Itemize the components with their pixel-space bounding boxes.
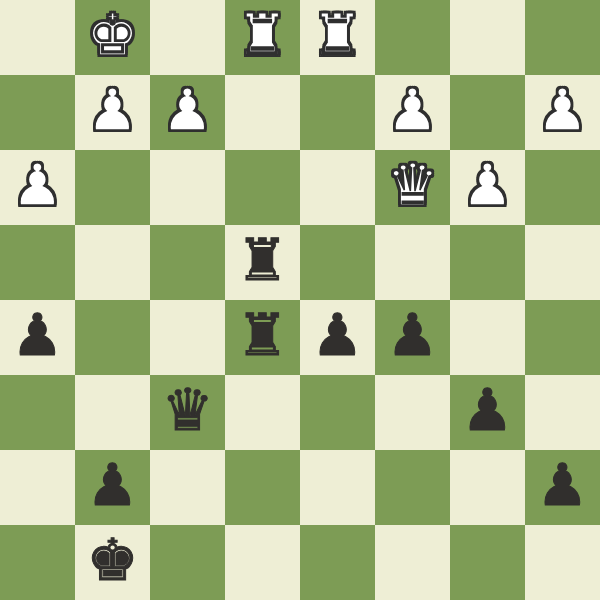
square-d3[interactable] bbox=[225, 375, 300, 450]
square-a7[interactable] bbox=[0, 75, 75, 150]
square-h2[interactable]: ♟ bbox=[525, 450, 600, 525]
square-a5[interactable] bbox=[0, 225, 75, 300]
square-h5[interactable] bbox=[525, 225, 600, 300]
black-pawn[interactable]: ♟ bbox=[312, 298, 364, 373]
square-h1[interactable] bbox=[525, 525, 600, 600]
square-c1[interactable] bbox=[150, 525, 225, 600]
square-d6[interactable] bbox=[225, 150, 300, 225]
square-f8[interactable] bbox=[375, 0, 450, 75]
square-a2[interactable] bbox=[0, 450, 75, 525]
square-c4[interactable] bbox=[150, 300, 225, 375]
square-h3[interactable] bbox=[525, 375, 600, 450]
square-g6[interactable]: ♟ bbox=[450, 150, 525, 225]
square-e4[interactable]: ♟ bbox=[300, 300, 375, 375]
square-d8[interactable]: ♜ bbox=[225, 0, 300, 75]
square-b6[interactable] bbox=[75, 150, 150, 225]
square-f2[interactable] bbox=[375, 450, 450, 525]
square-e5[interactable] bbox=[300, 225, 375, 300]
black-pawn[interactable]: ♟ bbox=[537, 448, 589, 523]
square-d4[interactable]: ♜ bbox=[225, 300, 300, 375]
white-pawn[interactable]: ♟ bbox=[462, 148, 514, 223]
white-pawn[interactable]: ♟ bbox=[162, 73, 214, 148]
square-f6[interactable]: ♛ bbox=[375, 150, 450, 225]
square-c6[interactable] bbox=[150, 150, 225, 225]
square-c2[interactable] bbox=[150, 450, 225, 525]
square-h4[interactable] bbox=[525, 300, 600, 375]
square-d5[interactable]: ♜ bbox=[225, 225, 300, 300]
square-a6[interactable]: ♟ bbox=[0, 150, 75, 225]
square-f4[interactable]: ♟ bbox=[375, 300, 450, 375]
white-king[interactable]: ♚ bbox=[87, 0, 139, 73]
square-e8[interactable]: ♜ bbox=[300, 0, 375, 75]
black-pawn[interactable]: ♟ bbox=[12, 298, 64, 373]
white-rook[interactable]: ♜ bbox=[312, 0, 364, 73]
square-h7[interactable]: ♟ bbox=[525, 75, 600, 150]
square-g2[interactable] bbox=[450, 450, 525, 525]
square-g1[interactable] bbox=[450, 525, 525, 600]
square-a1[interactable] bbox=[0, 525, 75, 600]
square-a3[interactable] bbox=[0, 375, 75, 450]
square-g7[interactable] bbox=[450, 75, 525, 150]
black-pawn[interactable]: ♟ bbox=[387, 298, 439, 373]
square-f1[interactable] bbox=[375, 525, 450, 600]
square-g8[interactable] bbox=[450, 0, 525, 75]
white-pawn[interactable]: ♟ bbox=[12, 148, 64, 223]
square-e3[interactable] bbox=[300, 375, 375, 450]
square-g3[interactable]: ♟ bbox=[450, 375, 525, 450]
black-pawn[interactable]: ♟ bbox=[87, 448, 139, 523]
white-pawn[interactable]: ♟ bbox=[87, 73, 139, 148]
square-b7[interactable]: ♟ bbox=[75, 75, 150, 150]
square-g5[interactable] bbox=[450, 225, 525, 300]
square-b5[interactable] bbox=[75, 225, 150, 300]
square-d7[interactable] bbox=[225, 75, 300, 150]
square-d2[interactable] bbox=[225, 450, 300, 525]
black-king[interactable]: ♚ bbox=[87, 523, 139, 598]
square-c3[interactable]: ♛ bbox=[150, 375, 225, 450]
square-b2[interactable]: ♟ bbox=[75, 450, 150, 525]
square-c7[interactable]: ♟ bbox=[150, 75, 225, 150]
square-f5[interactable] bbox=[375, 225, 450, 300]
square-b8[interactable]: ♚ bbox=[75, 0, 150, 75]
black-pawn[interactable]: ♟ bbox=[462, 373, 514, 448]
chess-board: ♚♜♜♟♟♟♟♟♛♟♜♟♜♟♟♛♟♟♟♚ bbox=[0, 0, 600, 600]
black-queen[interactable]: ♛ bbox=[162, 373, 214, 448]
white-pawn[interactable]: ♟ bbox=[387, 73, 439, 148]
square-b3[interactable] bbox=[75, 375, 150, 450]
square-e1[interactable] bbox=[300, 525, 375, 600]
black-rook[interactable]: ♜ bbox=[237, 223, 289, 298]
square-h8[interactable] bbox=[525, 0, 600, 75]
white-pawn[interactable]: ♟ bbox=[537, 73, 589, 148]
square-g4[interactable] bbox=[450, 300, 525, 375]
square-c8[interactable] bbox=[150, 0, 225, 75]
black-rook[interactable]: ♜ bbox=[237, 298, 289, 373]
white-rook[interactable]: ♜ bbox=[237, 0, 289, 73]
white-queen[interactable]: ♛ bbox=[387, 148, 439, 223]
square-h6[interactable] bbox=[525, 150, 600, 225]
square-e7[interactable] bbox=[300, 75, 375, 150]
square-d1[interactable] bbox=[225, 525, 300, 600]
square-c5[interactable] bbox=[150, 225, 225, 300]
square-f3[interactable] bbox=[375, 375, 450, 450]
square-a4[interactable]: ♟ bbox=[0, 300, 75, 375]
square-a8[interactable] bbox=[0, 0, 75, 75]
square-b1[interactable]: ♚ bbox=[75, 525, 150, 600]
square-f7[interactable]: ♟ bbox=[375, 75, 450, 150]
square-b4[interactable] bbox=[75, 300, 150, 375]
square-e6[interactable] bbox=[300, 150, 375, 225]
square-e2[interactable] bbox=[300, 450, 375, 525]
